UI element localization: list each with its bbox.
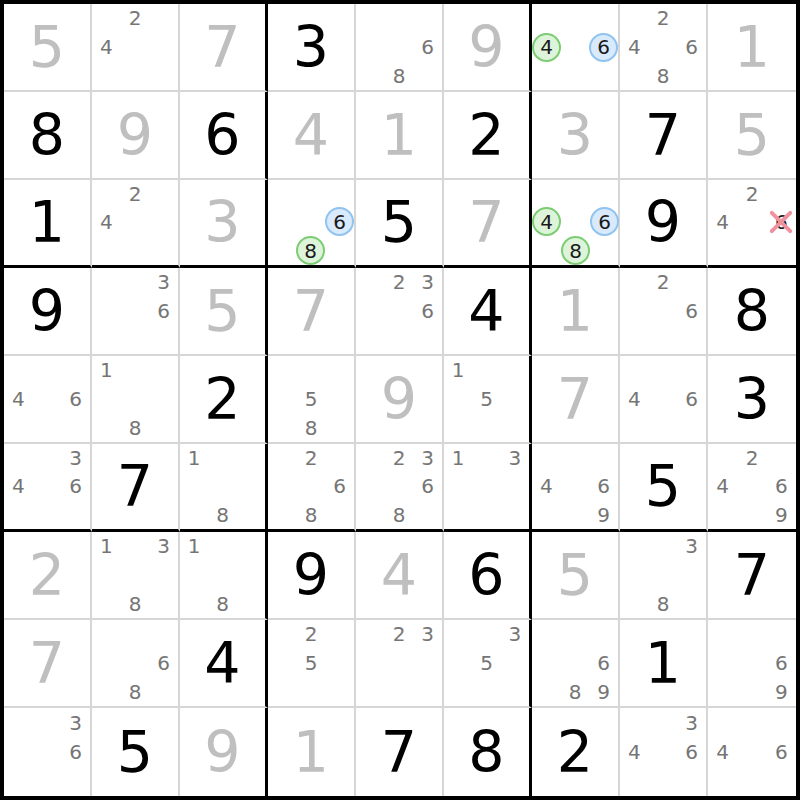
solved-digit: 1 [645,635,681,692]
candidate-digit: 4 [708,737,737,766]
candidate-grid: 268 [268,444,354,529]
sudoku-board: 5247368946246818964123751243685746892469… [0,0,800,800]
candidate-digit-glyph: 8 [657,66,670,86]
candidate-digit-glyph: 3 [508,448,521,468]
candidate-digit: 3 [413,444,442,472]
green-circle-mark: 4 [532,33,561,62]
cell-r7c2[interactable]: 138 [92,532,180,620]
cell-r7c9[interactable]: 7 [708,532,796,620]
candidate-digit: 9 [589,677,618,706]
solved-digit: 2 [468,107,504,164]
solved-digit: 7 [381,724,417,781]
given-digit: 4 [293,107,329,164]
cell-r3c1[interactable]: 1 [4,180,92,268]
candidate-digit-glyph: 4 [716,742,729,762]
solved-digit: 5 [381,194,417,251]
candidate-digit-glyph: 2 [657,8,670,28]
cell-r4c4[interactable]: 7 [268,268,356,356]
candidate-digit: 1 [92,356,121,385]
candidate-digit-glyph: 5 [305,389,318,409]
solved-digit: 3 [293,19,329,76]
cell-r8c6[interactable]: 35 [444,620,532,708]
candidate-digit: 6 [767,737,796,766]
cell-r6c7[interactable]: 469 [532,444,620,532]
candidate-digit: 6 [149,297,178,326]
cell-r4c1[interactable]: 9 [4,268,92,356]
given-digit: 3 [557,107,593,164]
candidate-digit: 6 [61,472,90,500]
cell-r2c8[interactable]: 7 [620,92,708,180]
candidate-digit: 4 [532,472,561,500]
candidate-digit-glyph: 6 [685,389,698,409]
cell-r2c9[interactable]: 5 [708,92,796,180]
candidate-digit-glyph: 5 [305,653,318,673]
candidate-digit: 4 [620,33,649,62]
solved-digit: 3 [734,371,770,428]
candidate-grid: 24 [92,4,178,90]
cell-r4c3[interactable]: 5 [180,268,268,356]
candidate-digit: 5 [472,649,500,678]
candidate-grid: 469 [532,444,618,529]
candidate-digit-glyph: 3 [508,624,521,644]
cell-r8c4[interactable]: 25 [268,620,356,708]
solved-digit: 6 [468,547,504,604]
candidate-grid: 15 [444,356,529,442]
candidate-digit: 8 [297,501,326,529]
solved-digit: 4 [468,283,504,340]
cell-r2c2[interactable]: 9 [92,92,180,180]
solved-digit: 9 [29,283,65,340]
cell-r6c8[interactable]: 5 [620,444,708,532]
candidate-digit-glyph: 3 [685,536,698,556]
candidate-digit: 6 [149,649,178,678]
candidate-digit-glyph: 5 [480,389,493,409]
candidate-grid: 2468 [620,4,706,90]
candidate-digit-glyph: 3 [421,272,434,292]
candidate-digit: 9 [589,501,618,529]
candidate-grid: 68 [92,620,178,706]
cell-r9c6[interactable]: 8 [444,708,532,796]
candidate-digit: 9 [767,501,796,529]
candidate-digit: 3 [149,532,178,561]
cell-r3c3[interactable]: 3 [180,180,268,268]
given-digit: 1 [734,19,770,76]
candidate-digit-glyph: 1 [100,536,113,556]
cell-r4c9[interactable]: 8 [708,268,796,356]
cell-r1c8[interactable]: 2468 [620,4,708,92]
candidate-grid: 24 [92,180,178,265]
candidate-digit-glyph: 2 [129,8,142,28]
candidate-grid: 2368 [356,444,442,529]
given-digit: 9 [117,107,153,164]
candidate-digit: 6 [61,385,90,414]
candidate-digit-glyph: 8 [129,594,142,614]
cell-r3c9[interactable]: 246 [708,180,796,268]
cell-r7c4[interactable]: 9 [268,532,356,620]
solved-digit: 5 [117,724,153,781]
cell-r4c6[interactable]: 4 [444,268,532,356]
candidate-digit-glyph: 3 [157,536,170,556]
candidate-grid: 18 [92,356,178,442]
candidate-digit: 3 [413,620,442,649]
candidate-digit-glyph: 2 [746,448,759,468]
candidate-digit: 4 [708,472,737,500]
highlighted-candidate-digit: 6 [589,33,618,62]
candidate-grid: 46 [532,4,618,90]
candidate-digit: 4 [708,208,737,236]
candidate-grid: 18 [180,532,265,618]
candidate-grid: 46 [620,356,706,442]
candidate-grid: 2469 [708,444,796,529]
cell-r7c7[interactable]: 5 [532,532,620,620]
candidate-digit-glyph: 1 [188,448,201,468]
candidate-grid: 68 [356,4,442,90]
cell-r2c1[interactable]: 8 [4,92,92,180]
given-digit: 9 [204,724,240,781]
candidate-grid: 58 [268,356,354,442]
cell-r5c5[interactable]: 9 [356,356,444,444]
blue-circle-mark: 6 [589,33,618,62]
candidate-grid: 236 [356,268,442,354]
candidate-grid: 36 [92,268,178,354]
candidate-digit: 3 [149,268,178,297]
candidate-digit: 3 [677,532,706,561]
candidate-digit: 6 [589,649,618,678]
candidate-grid: 346 [4,444,90,529]
candidate-digit: 6 [413,33,442,62]
candidate-digit-glyph: 8 [569,682,582,702]
cell-r5c4[interactable]: 58 [268,356,356,444]
cell-r4c2[interactable]: 36 [92,268,180,356]
cell-r2c4[interactable]: 4 [268,92,356,180]
candidate-digit-glyph: 8 [393,66,406,86]
candidate-digit: 4 [92,33,121,62]
candidate-digit: 2 [297,620,326,649]
candidate-digit-glyph: 6 [685,742,698,762]
cell-r1c9[interactable]: 1 [708,4,796,92]
given-digit: 1 [557,283,593,340]
candidate-digit-glyph: 6 [157,301,170,321]
cell-r8c1[interactable]: 7 [4,620,92,708]
candidate-digit-glyph: 6 [333,476,346,496]
candidate-digit: 8 [385,501,414,529]
candidate-digit-glyph: 8 [393,505,406,525]
candidate-grid: 26 [620,268,706,354]
cell-r9c9[interactable]: 46 [708,708,796,796]
candidate-digit: 5 [472,385,500,414]
candidate-digit: 8 [121,677,150,706]
cell-r8c5[interactable]: 23 [356,620,444,708]
cell-r9c8[interactable]: 346 [620,708,708,796]
solved-digit: 7 [734,547,770,604]
cell-r6c3[interactable]: 18 [180,444,268,532]
solved-digit: 9 [645,194,681,251]
candidate-digit-glyph: 3 [69,448,82,468]
candidate-grid: 346 [620,708,706,796]
candidate-digit-glyph: 2 [657,272,670,292]
candidate-digit: 3 [501,444,529,472]
candidate-digit-glyph: 6 [597,476,610,496]
candidate-digit: 5 [297,649,326,678]
given-digit: 9 [381,371,417,428]
cell-r7c6[interactable]: 6 [444,532,532,620]
candidate-digit: 6 [413,297,442,326]
highlighted-candidate-digit: 8 [561,236,590,265]
cell-r5c7[interactable]: 7 [532,356,620,444]
cell-r8c9[interactable]: 69 [708,620,796,708]
candidate-digit: 2 [737,444,766,472]
candidate-digit: 5 [297,385,326,414]
candidate-digit-glyph: 9 [775,682,788,702]
candidate-digit-glyph: 4 [716,476,729,496]
solved-digit: 8 [734,283,770,340]
candidate-digit-glyph: 4 [100,37,113,57]
candidate-digit: 8 [208,589,236,618]
cell-r3c8[interactable]: 9 [620,180,708,268]
candidate-digit: 6 [767,649,796,678]
cell-r1c6[interactable]: 9 [444,4,532,92]
cell-r6c9[interactable]: 2469 [708,444,796,532]
blue-circle-mark: 6 [325,207,354,236]
green-circle-mark: 4 [532,207,561,236]
cell-r9c2[interactable]: 5 [92,708,180,796]
cell-r1c2[interactable]: 24 [92,4,180,92]
highlighted-candidate-digit: 8 [296,236,325,265]
cell-r6c1[interactable]: 346 [4,444,92,532]
cell-r2c7[interactable]: 3 [532,92,620,180]
given-digit: 7 [204,19,240,76]
candidate-grid: 468 [532,180,618,265]
candidate-digit-glyph: 3 [421,624,434,644]
solved-digit: 2 [557,724,593,781]
cell-r2c5[interactable]: 1 [356,92,444,180]
candidate-digit-glyph: 6 [69,742,82,762]
candidate-digit: 6 [677,297,706,326]
candidate-digit-glyph: 6 [421,476,434,496]
candidate-digit: 3 [677,708,706,737]
given-digit: 7 [293,283,329,340]
candidate-digit: 2 [649,268,678,297]
cell-r5c6[interactable]: 15 [444,356,532,444]
cell-r2c6[interactable]: 2 [444,92,532,180]
candidate-digit-glyph: 6 [597,653,610,673]
cell-r1c5[interactable]: 68 [356,4,444,92]
candidate-digit: 2 [385,620,414,649]
solved-digit: 4 [204,635,240,692]
cell-r5c8[interactable]: 46 [620,356,708,444]
candidate-grid: 35 [444,620,529,706]
candidate-digit-glyph: 4 [12,476,25,496]
cell-r3c6[interactable]: 7 [444,180,532,268]
candidate-digit: 6 [413,472,442,500]
candidate-digit: 1 [444,356,472,385]
candidate-digit-glyph: 3 [69,713,82,733]
candidate-digit-glyph: 5 [480,653,493,673]
candidate-digit: 8 [121,589,150,618]
candidate-digit: 8 [297,413,326,442]
cell-r9c5[interactable]: 7 [356,708,444,796]
cell-r7c1[interactable]: 2 [4,532,92,620]
cell-r8c2[interactable]: 68 [92,620,180,708]
eliminated-candidate-digit: 6 [775,212,788,232]
candidate-grid: 246 [708,180,796,265]
given-digit: 2 [29,547,65,604]
candidate-grid: 18 [180,444,265,529]
cell-r9c7[interactable]: 2 [532,708,620,796]
cell-r3c4[interactable]: 68 [268,180,356,268]
cell-r6c4[interactable]: 268 [268,444,356,532]
candidate-digit: 4 [4,472,33,500]
green-circle-mark: 8 [561,236,590,265]
candidate-digit-glyph: 2 [129,184,142,204]
candidate-digit-glyph: 9 [775,505,788,525]
candidate-digit-glyph: 4 [12,389,25,409]
candidate-digit-glyph: 6 [685,37,698,57]
candidate-digit: 9 [767,677,796,706]
solved-digit: 7 [645,107,681,164]
cell-r5c9[interactable]: 3 [708,356,796,444]
candidate-digit: 1 [92,532,121,561]
candidate-grid: 689 [532,620,618,706]
candidate-grid: 138 [92,532,178,618]
cell-r1c1[interactable]: 5 [4,4,92,92]
cell-r8c3[interactable]: 4 [180,620,268,708]
candidate-digit: 3 [413,268,442,297]
candidate-digit: 6 [767,472,796,500]
cell-r1c4[interactable]: 3 [268,4,356,92]
cell-r7c3[interactable]: 18 [180,532,268,620]
cell-r6c6[interactable]: 13 [444,444,532,532]
candidate-grid: 46 [4,356,90,442]
candidate-digit-glyph: 8 [305,418,318,438]
candidate-digit: 4 [620,737,649,766]
candidate-digit-glyph: 6 [69,476,82,496]
given-digit: 5 [204,283,240,340]
candidate-digit: 4 [92,208,121,236]
candidate-digit: 2 [385,268,414,297]
candidate-digit: 6 [677,737,706,766]
solved-digit: 8 [468,724,504,781]
candidate-digit-glyph: 2 [746,184,759,204]
candidate-digit-glyph: 8 [129,682,142,702]
candidate-digit: 1 [180,532,208,561]
candidate-digit-glyph: 2 [305,448,318,468]
candidate-digit: 2 [737,180,766,208]
candidate-digit: 3 [501,620,529,649]
candidate-digit: 2 [385,444,414,472]
solved-digit: 1 [29,194,65,251]
cell-r5c2[interactable]: 18 [92,356,180,444]
candidate-digit-glyph: 6 [775,476,788,496]
candidate-digit: 1 [444,444,472,472]
cell-r3c5[interactable]: 5 [356,180,444,268]
solved-digit: 6 [204,107,240,164]
candidate-digit: 4 [620,385,649,414]
candidate-digit: 8 [561,677,590,706]
candidate-digit: 6 [61,737,90,766]
candidate-digit-glyph: 8 [216,505,229,525]
solved-digit: 9 [293,547,329,604]
cell-r7c5[interactable]: 4 [356,532,444,620]
candidate-digit-glyph: 6 [685,301,698,321]
blue-circle-mark: 6 [590,207,619,236]
candidate-digit: 2 [297,444,326,472]
candidate-digit: 6 [589,472,618,500]
candidate-digit-glyph: 4 [628,37,641,57]
cell-r1c7[interactable]: 46 [532,4,620,92]
given-digit: 5 [557,547,593,604]
candidate-digit-glyph: 2 [305,624,318,644]
highlighted-candidate-digit: 6 [590,207,619,236]
cell-r3c2[interactable]: 24 [92,180,180,268]
candidate-digit: 6 [325,472,354,500]
candidate-digit-glyph: 1 [100,360,113,380]
given-digit: 4 [381,547,417,604]
candidate-digit-glyph: 2 [393,272,406,292]
solved-digit: 7 [117,458,153,515]
candidate-digit: 8 [385,61,414,90]
candidate-digit: 2 [121,180,150,208]
cell-r1c3[interactable]: 7 [180,4,268,92]
candidate-digit: 2 [649,4,678,33]
given-digit: 9 [468,19,504,76]
cell-r4c5[interactable]: 236 [356,268,444,356]
cell-r2c3[interactable]: 6 [180,92,268,180]
cell-r6c2[interactable]: 7 [92,444,180,532]
candidate-digit-glyph: 4 [628,742,641,762]
candidate-digit-glyph: 4 [628,389,641,409]
cell-r9c1[interactable]: 36 [4,708,92,796]
candidate-grid: 13 [444,444,529,529]
cell-r5c3[interactable]: 2 [180,356,268,444]
candidate-digit-glyph: 6 [157,653,170,673]
solved-digit: 2 [204,371,240,428]
given-digit: 1 [293,724,329,781]
candidate-digit-glyph: 6 [775,742,788,762]
candidate-digit: 2 [121,4,150,33]
candidate-digit-glyph: 4 [540,476,553,496]
candidate-digit: 6 [677,385,706,414]
cell-r5c1[interactable]: 46 [4,356,92,444]
candidate-digit: 6 [677,33,706,62]
candidate-digit-glyph: 3 [685,713,698,733]
candidate-digit-glyph: 6 [421,37,434,57]
candidate-grid: 36 [4,708,90,796]
cell-r8c7[interactable]: 689 [532,620,620,708]
cell-r9c4[interactable]: 1 [268,708,356,796]
candidate-digit-glyph: 9 [597,682,610,702]
candidate-grid: 38 [620,532,706,618]
cell-r8c8[interactable]: 1 [620,620,708,708]
given-digit: 3 [204,194,240,251]
cell-r4c7[interactable]: 1 [532,268,620,356]
cell-r4c8[interactable]: 26 [620,268,708,356]
candidate-digit-glyph: 1 [188,536,201,556]
cell-r3c7[interactable]: 468 [532,180,620,268]
candidate-grid: 68 [268,180,354,265]
candidate-digit: 8 [121,413,150,442]
candidate-digit-glyph: 2 [393,624,406,644]
cell-r6c5[interactable]: 2368 [356,444,444,532]
cell-r9c3[interactable]: 9 [180,708,268,796]
candidate-grid: 23 [356,620,442,706]
candidate-grid: 46 [708,708,796,796]
candidate-grid: 25 [268,620,354,706]
candidate-digit-glyph: 3 [157,272,170,292]
solved-digit: 8 [29,107,65,164]
given-digit: 7 [29,635,65,692]
cell-r7c8[interactable]: 38 [620,532,708,620]
